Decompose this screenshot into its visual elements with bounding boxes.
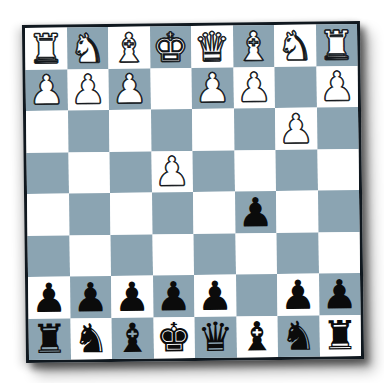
square-b5[interactable]	[276, 190, 318, 232]
black-rook-piece: ♜	[322, 315, 358, 355]
square-a2[interactable]: ♟	[316, 65, 358, 107]
square-c7[interactable]	[236, 274, 278, 316]
square-e1[interactable]: ♚	[149, 26, 191, 68]
square-d8[interactable]: ♛	[195, 316, 237, 358]
white-knight-piece: ♞	[69, 28, 105, 68]
square-c4[interactable]	[234, 149, 276, 191]
square-f5[interactable]	[110, 193, 152, 235]
white-rook-piece: ♜	[28, 28, 64, 68]
square-h3[interactable]	[26, 111, 68, 153]
white-pawn-piece: ♟	[278, 108, 314, 148]
square-b2[interactable]	[274, 66, 316, 108]
square-c6[interactable]	[235, 232, 277, 274]
square-c8[interactable]: ♝	[236, 315, 278, 357]
black-pawn-piece: ♟	[155, 276, 191, 316]
square-a4[interactable]	[317, 148, 359, 190]
black-pawn-piece: ♟	[280, 274, 316, 314]
square-e3[interactable]	[150, 109, 192, 151]
square-a6[interactable]	[318, 231, 360, 273]
square-g8[interactable]: ♞	[70, 318, 112, 360]
square-g4[interactable]	[68, 152, 110, 194]
chess-board-frame: ♜♞♝♚♛♝♞♜♟♟♟♟♟♟♟♟♟♟♟♟♟♟♟♟♜♞♝♚♛♝♞♜	[22, 21, 364, 363]
square-d5[interactable]	[193, 191, 235, 233]
black-pawn-piece: ♟	[72, 277, 108, 317]
square-g6[interactable]	[69, 235, 111, 277]
square-f7[interactable]: ♟	[111, 276, 153, 318]
square-g1[interactable]: ♞	[66, 27, 108, 69]
square-b6[interactable]	[277, 232, 319, 274]
square-h6[interactable]	[28, 235, 70, 277]
black-knight-piece: ♞	[280, 316, 316, 356]
square-d3[interactable]	[192, 108, 234, 150]
black-bishop-piece: ♝	[239, 316, 275, 356]
square-h4[interactable]	[27, 152, 69, 194]
black-king-piece: ♚	[156, 317, 192, 357]
square-g7[interactable]: ♟	[70, 276, 112, 318]
white-bishop-piece: ♝	[235, 26, 271, 66]
square-e7[interactable]: ♟	[153, 275, 195, 317]
white-pawn-piece: ♟	[236, 67, 272, 107]
white-pawn-piece: ♟	[28, 70, 64, 110]
square-e2[interactable]	[150, 68, 192, 110]
black-pawn-piece: ♟	[237, 192, 273, 232]
black-rook-piece: ♜	[31, 319, 67, 359]
square-c1[interactable]: ♝	[232, 25, 274, 67]
square-c5[interactable]: ♟	[234, 191, 276, 233]
square-h2[interactable]: ♟	[25, 69, 67, 111]
white-queen-piece: ♛	[194, 26, 230, 66]
square-e8[interactable]: ♚	[153, 316, 195, 358]
square-f6[interactable]	[111, 234, 153, 276]
square-f3[interactable]	[109, 110, 151, 152]
square-g5[interactable]	[69, 193, 111, 235]
white-pawn-piece: ♟	[111, 69, 147, 109]
white-knight-piece: ♞	[277, 25, 313, 65]
black-pawn-piece: ♟	[321, 274, 357, 314]
square-h1[interactable]: ♜	[25, 28, 67, 70]
square-b7[interactable]: ♟	[277, 273, 319, 315]
white-king-piece: ♚	[152, 27, 188, 67]
square-e5[interactable]	[152, 192, 194, 234]
square-f1[interactable]: ♝	[108, 27, 150, 69]
square-f2[interactable]: ♟	[108, 68, 150, 110]
square-d2[interactable]: ♟	[191, 67, 233, 109]
square-g2[interactable]: ♟	[67, 69, 109, 111]
square-d4[interactable]	[192, 150, 234, 192]
square-d7[interactable]: ♟	[194, 274, 236, 316]
square-g3[interactable]	[67, 110, 109, 152]
white-pawn-piece: ♟	[154, 151, 190, 191]
square-e4[interactable]: ♟	[151, 151, 193, 193]
black-pawn-piece: ♟	[114, 276, 150, 316]
white-pawn-piece: ♟	[319, 66, 355, 106]
white-bishop-piece: ♝	[111, 27, 147, 67]
square-c3[interactable]	[233, 108, 275, 150]
black-bishop-piece: ♝	[114, 318, 150, 358]
square-b1[interactable]: ♞	[274, 24, 316, 66]
black-knight-piece: ♞	[73, 318, 109, 358]
square-f8[interactable]: ♝	[112, 317, 154, 359]
square-c2[interactable]: ♟	[233, 66, 275, 108]
square-e6[interactable]	[152, 233, 194, 275]
square-b3[interactable]: ♟	[275, 107, 317, 149]
white-rook-piece: ♜	[318, 25, 354, 65]
square-a1[interactable]: ♜	[315, 24, 357, 66]
square-d1[interactable]: ♛	[191, 26, 233, 68]
square-f4[interactable]	[109, 151, 151, 193]
square-a8[interactable]: ♜	[319, 314, 361, 356]
black-queen-piece: ♛	[197, 317, 233, 357]
square-h7[interactable]: ♟	[28, 277, 70, 319]
black-pawn-piece: ♟	[197, 275, 233, 315]
square-b4[interactable]	[275, 149, 317, 191]
square-a3[interactable]	[316, 107, 358, 149]
square-a7[interactable]: ♟	[319, 273, 361, 315]
black-pawn-piece: ♟	[31, 277, 67, 317]
white-pawn-piece: ♟	[70, 69, 106, 109]
square-d6[interactable]	[194, 233, 236, 275]
square-a5[interactable]	[317, 190, 359, 232]
square-b8[interactable]: ♞	[278, 315, 320, 357]
square-h8[interactable]: ♜	[29, 318, 71, 360]
chess-board: ♜♞♝♚♛♝♞♜♟♟♟♟♟♟♟♟♟♟♟♟♟♟♟♟♜♞♝♚♛♝♞♜	[25, 24, 361, 360]
white-pawn-piece: ♟	[194, 68, 230, 108]
square-h5[interactable]	[27, 194, 69, 236]
